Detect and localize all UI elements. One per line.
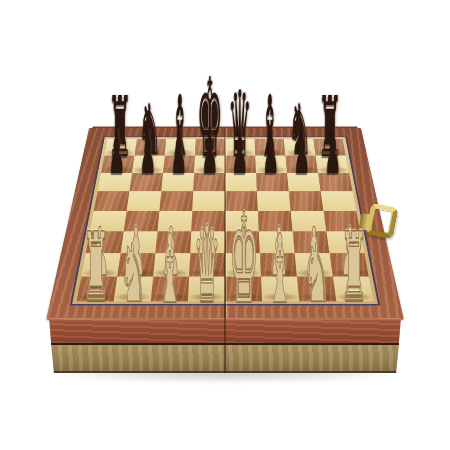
square-c7	[163, 156, 195, 173]
square-d3	[190, 231, 225, 253]
square-b2	[117, 253, 155, 276]
square-d8	[195, 139, 225, 155]
square-b3	[121, 231, 158, 253]
square-h7	[316, 156, 349, 173]
square-f1	[261, 277, 299, 302]
square-f2	[260, 253, 297, 276]
box-front-side	[49, 318, 401, 373]
square-g4	[291, 211, 327, 232]
square-a1	[77, 277, 118, 302]
square-d7	[194, 156, 225, 173]
square-e6	[225, 173, 257, 191]
square-a4	[90, 211, 127, 232]
square-c6	[161, 173, 194, 191]
square-d1	[188, 277, 225, 302]
square-b8	[134, 139, 166, 155]
square-b5	[127, 191, 162, 210]
square-g1	[297, 277, 336, 302]
box-fold-seam	[224, 318, 226, 373]
square-d2	[189, 253, 225, 276]
board-fold-seam	[224, 128, 226, 320]
square-c1	[151, 277, 189, 302]
chess-board	[46, 128, 404, 320]
square-b4	[124, 211, 160, 232]
square-d6	[193, 173, 225, 191]
square-e8	[225, 139, 255, 155]
square-f3	[259, 231, 295, 253]
square-a7	[101, 156, 134, 173]
square-e5	[225, 191, 258, 210]
square-f5	[257, 191, 291, 210]
square-d4	[191, 211, 225, 232]
square-c5	[159, 191, 193, 210]
square-a6	[98, 173, 132, 191]
square-e1	[225, 277, 262, 302]
square-h4	[323, 211, 360, 232]
square-c8	[165, 139, 196, 155]
square-h2	[329, 253, 368, 276]
square-a3	[86, 231, 124, 253]
square-b1	[114, 277, 153, 302]
square-g3	[293, 231, 330, 253]
square-e4	[225, 211, 259, 232]
square-f4	[258, 211, 293, 232]
square-h1	[333, 277, 374, 302]
square-a2	[81, 253, 120, 276]
square-h3	[326, 231, 364, 253]
square-e2	[225, 253, 261, 276]
square-h5	[321, 191, 357, 210]
square-b6	[129, 173, 163, 191]
square-g8	[284, 139, 316, 155]
square-h8	[313, 139, 346, 155]
square-c2	[153, 253, 190, 276]
square-f6	[256, 173, 289, 191]
square-g2	[295, 253, 333, 276]
square-c4	[157, 211, 192, 232]
square-a8	[104, 139, 137, 155]
square-c3	[155, 231, 191, 253]
brass-clasp-icon	[365, 203, 399, 240]
square-b7	[132, 156, 165, 173]
square-f8	[254, 139, 285, 155]
chess-set-photo: ♜♞♝♚♛♝♞♜♟♟♟♟♟♟♟♟♟♟♟♟♟♟♟♟♜♞♝♛♚♝♞♜	[0, 0, 450, 450]
square-e7	[225, 156, 256, 173]
square-e3	[225, 231, 260, 253]
square-a5	[94, 191, 130, 210]
square-g5	[289, 191, 324, 210]
square-g6	[287, 173, 321, 191]
square-g7	[285, 156, 318, 173]
square-d5	[192, 191, 225, 210]
square-h6	[318, 173, 352, 191]
square-f7	[255, 156, 287, 173]
